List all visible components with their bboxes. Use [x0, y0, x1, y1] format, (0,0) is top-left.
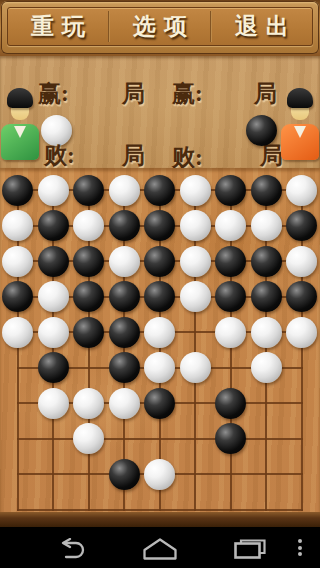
white-stone [38, 281, 69, 312]
board-gridline-horizontal [17, 438, 303, 440]
android-navbar [0, 527, 320, 568]
white-stone [180, 281, 211, 312]
black-stone [109, 210, 140, 241]
black-stone [251, 175, 282, 206]
black-stone [286, 210, 317, 241]
white-stone [215, 317, 246, 348]
white-stone [144, 352, 175, 383]
white-stone [251, 352, 282, 383]
menu-overflow-icon[interactable] [298, 539, 302, 556]
gomoku-app-screen: 重玩 选项 退出 赢: 局 赢: 局 败: 局 败: 局 [0, 0, 320, 568]
white-stone [73, 210, 104, 241]
black-stone [144, 246, 175, 277]
black-stone [215, 423, 246, 454]
board-gridline-horizontal [17, 509, 303, 511]
black-stone [215, 281, 246, 312]
black-stone [251, 246, 282, 277]
white-stone [109, 246, 140, 277]
white-stone [286, 175, 317, 206]
black-stone [144, 175, 175, 206]
back-icon[interactable] [53, 538, 87, 559]
white-stone [2, 210, 33, 241]
avatar-hair [287, 88, 313, 108]
black-stone [73, 317, 104, 348]
black-stone [38, 352, 69, 383]
white-stone [144, 459, 175, 490]
options-button[interactable]: 选项 [110, 8, 210, 45]
scoreboard: 赢: 局 赢: 局 败: 局 败: 局 [0, 56, 320, 168]
right-wins-label: 赢: [172, 78, 203, 109]
white-stone [109, 175, 140, 206]
black-stone [286, 281, 317, 312]
toolbar: 重玩 选项 退出 [0, 0, 320, 56]
black-stone [144, 210, 175, 241]
left-wins-label: 赢: [38, 78, 69, 109]
black-stone [2, 175, 33, 206]
black-stone [144, 281, 175, 312]
black-stone [144, 388, 175, 419]
black-stone [109, 459, 140, 490]
board-bottom-edge [0, 512, 320, 527]
left-wins-unit: 局 [122, 78, 145, 109]
black-stone [73, 175, 104, 206]
black-stone [38, 210, 69, 241]
black-stone [73, 281, 104, 312]
white-stone [109, 388, 140, 419]
exit-button[interactable]: 退出 [212, 8, 312, 45]
left-losses-unit: 局 [122, 140, 145, 171]
right-player-stone-black [246, 115, 277, 146]
black-stone [73, 246, 104, 277]
toolbar-plank: 重玩 选项 退出 [7, 7, 313, 46]
white-stone [2, 246, 33, 277]
black-stone [2, 281, 33, 312]
white-stone [215, 210, 246, 241]
black-stone [251, 281, 282, 312]
white-stone [180, 246, 211, 277]
black-stone [215, 388, 246, 419]
black-stone [109, 352, 140, 383]
replay-button[interactable]: 重玩 [8, 8, 108, 45]
white-stone [251, 317, 282, 348]
right-wins-unit: 局 [254, 78, 277, 109]
white-stone [144, 317, 175, 348]
left-player-avatar [1, 88, 39, 160]
white-stone [38, 388, 69, 419]
white-stone [180, 210, 211, 241]
white-stone [38, 175, 69, 206]
avatar-collar [14, 126, 26, 138]
black-stone [109, 317, 140, 348]
white-stone [286, 246, 317, 277]
white-stone [38, 317, 69, 348]
white-stone [180, 352, 211, 383]
black-stone [215, 246, 246, 277]
white-stone [251, 210, 282, 241]
black-stone [38, 246, 69, 277]
left-losses-label: 败: [44, 140, 75, 171]
right-player-avatar [281, 88, 319, 160]
home-icon[interactable] [143, 538, 177, 560]
white-stone [73, 423, 104, 454]
white-stone [180, 175, 211, 206]
white-stone [2, 317, 33, 348]
recents-icon[interactable] [234, 539, 266, 559]
white-stone [286, 317, 317, 348]
black-stone [215, 175, 246, 206]
black-stone [109, 281, 140, 312]
avatar-hair [7, 88, 33, 108]
game-board[interactable] [0, 168, 320, 512]
white-stone [73, 388, 104, 419]
avatar-collar [294, 126, 306, 138]
